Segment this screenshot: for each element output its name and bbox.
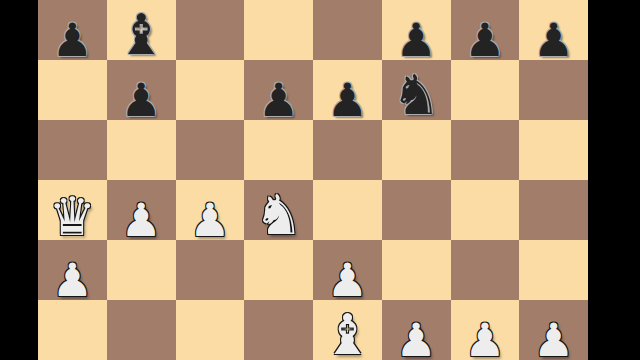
square-c4[interactable]: ♟ [176, 180, 245, 240]
video-frame: ♟♝♟♟♟♟♟♟♞♛♟♟♞♟♟♝♟♟♟ [0, 0, 640, 360]
square-g2[interactable]: ♟ [451, 300, 520, 360]
square-c5[interactable] [176, 120, 245, 180]
piece-white-pawn[interactable]: ♟ [52, 257, 93, 300]
square-c3[interactable] [176, 240, 245, 300]
square-h4[interactable] [519, 180, 588, 240]
square-c6[interactable] [176, 60, 245, 120]
piece-white-pawn[interactable]: ♟ [327, 257, 368, 300]
square-g5[interactable] [451, 120, 520, 180]
square-e4[interactable] [313, 180, 382, 240]
square-f2[interactable]: ♟ [382, 300, 451, 360]
piece-black-pawn[interactable]: ♟ [396, 17, 437, 60]
square-g4[interactable] [451, 180, 520, 240]
square-b2[interactable] [107, 300, 176, 360]
piece-white-knight[interactable]: ♞ [254, 188, 303, 240]
piece-black-bishop[interactable]: ♝ [116, 7, 166, 60]
square-e6[interactable]: ♟ [313, 60, 382, 120]
piece-black-knight[interactable]: ♞ [391, 68, 440, 120]
square-h7[interactable]: ♟ [519, 0, 588, 60]
square-h6[interactable] [519, 60, 588, 120]
piece-white-pawn[interactable]: ♟ [189, 197, 230, 240]
piece-white-pawn[interactable]: ♟ [464, 317, 505, 360]
square-e3[interactable]: ♟ [313, 240, 382, 300]
piece-white-pawn[interactable]: ♟ [533, 317, 574, 360]
piece-white-queen[interactable]: ♛ [49, 190, 97, 240]
chess-board: ♟♝♟♟♟♟♟♟♞♛♟♟♞♟♟♝♟♟♟ [38, 0, 588, 360]
square-b3[interactable] [107, 240, 176, 300]
square-c7[interactable] [176, 0, 245, 60]
piece-white-pawn[interactable]: ♟ [121, 197, 162, 240]
square-e7[interactable] [313, 0, 382, 60]
square-b4[interactable]: ♟ [107, 180, 176, 240]
square-f5[interactable] [382, 120, 451, 180]
piece-black-pawn[interactable]: ♟ [121, 77, 162, 120]
square-g7[interactable]: ♟ [451, 0, 520, 60]
square-a7[interactable]: ♟ [38, 0, 107, 60]
square-e2[interactable]: ♝ [313, 300, 382, 360]
square-d4[interactable]: ♞ [244, 180, 313, 240]
square-g3[interactable] [451, 240, 520, 300]
square-a6[interactable] [38, 60, 107, 120]
piece-white-pawn[interactable]: ♟ [396, 317, 437, 360]
square-b7[interactable]: ♝ [107, 0, 176, 60]
square-f3[interactable] [382, 240, 451, 300]
square-c2[interactable] [176, 300, 245, 360]
square-d6[interactable]: ♟ [244, 60, 313, 120]
square-d7[interactable] [244, 0, 313, 60]
letterbox-left [0, 0, 38, 360]
piece-black-pawn[interactable]: ♟ [533, 17, 574, 60]
square-h3[interactable] [519, 240, 588, 300]
piece-black-pawn[interactable]: ♟ [327, 77, 368, 120]
piece-white-bishop[interactable]: ♝ [322, 307, 372, 360]
square-f6[interactable]: ♞ [382, 60, 451, 120]
square-h2[interactable]: ♟ [519, 300, 588, 360]
square-d3[interactable] [244, 240, 313, 300]
square-h5[interactable] [519, 120, 588, 180]
piece-black-pawn[interactable]: ♟ [258, 77, 299, 120]
letterbox-right [588, 0, 640, 360]
square-e5[interactable] [313, 120, 382, 180]
square-d5[interactable] [244, 120, 313, 180]
square-f4[interactable] [382, 180, 451, 240]
square-d2[interactable] [244, 300, 313, 360]
square-a2[interactable] [38, 300, 107, 360]
square-g6[interactable] [451, 60, 520, 120]
square-a5[interactable] [38, 120, 107, 180]
piece-black-pawn[interactable]: ♟ [52, 17, 93, 60]
square-f7[interactable]: ♟ [382, 0, 451, 60]
square-a3[interactable]: ♟ [38, 240, 107, 300]
piece-black-pawn[interactable]: ♟ [464, 17, 505, 60]
square-b6[interactable]: ♟ [107, 60, 176, 120]
square-b5[interactable] [107, 120, 176, 180]
square-a4[interactable]: ♛ [38, 180, 107, 240]
